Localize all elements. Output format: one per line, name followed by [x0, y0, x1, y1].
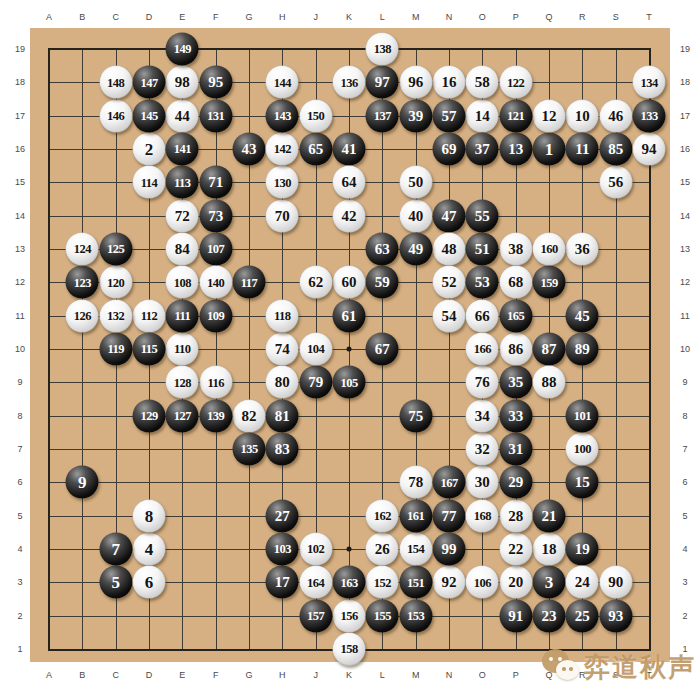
move-number: 101 [574, 409, 591, 422]
stone-white-120: 120 [99, 266, 132, 299]
stone-white-40: 40 [399, 199, 432, 232]
stone-black-21: 21 [533, 499, 566, 532]
column-label: Q [545, 13, 552, 22]
row-label: 3 [682, 578, 687, 587]
column-label: O [479, 671, 486, 680]
move-number: 59 [375, 275, 390, 290]
move-number: 119 [107, 343, 124, 356]
move-number: 161 [407, 509, 424, 522]
move-number: 141 [174, 143, 191, 156]
stone-black-101: 101 [566, 399, 599, 432]
column-label: N [446, 13, 453, 22]
move-number: 120 [107, 276, 124, 289]
wechat-icon [536, 646, 584, 688]
move-number: 61 [342, 308, 357, 323]
stone-black-15: 15 [566, 466, 599, 499]
stone-black-113: 113 [166, 166, 199, 199]
move-number: 110 [174, 343, 191, 356]
row-label: 8 [17, 411, 22, 420]
column-label: L [380, 671, 385, 680]
stone-black-63: 63 [366, 233, 399, 266]
move-number: 20 [508, 575, 523, 590]
move-number: 147 [140, 76, 157, 89]
star-point [347, 547, 352, 552]
stone-white-78: 78 [399, 466, 432, 499]
column-label: K [346, 671, 352, 680]
stone-white-74: 74 [266, 333, 299, 366]
move-number: 135 [240, 443, 257, 456]
stone-black-41: 41 [333, 133, 366, 166]
move-number: 143 [274, 109, 291, 122]
column-label: T [646, 13, 652, 22]
stone-black-51: 51 [466, 233, 499, 266]
stone-white-82: 82 [233, 399, 266, 432]
move-number: 109 [207, 309, 224, 322]
row-label: 18 [680, 78, 690, 87]
stone-black-135: 135 [233, 433, 266, 466]
stone-white-30: 30 [466, 466, 499, 499]
move-number: 79 [308, 375, 323, 390]
move-number: 145 [140, 109, 157, 122]
move-number: 115 [141, 343, 158, 356]
column-label: D [146, 671, 153, 680]
wechat-bubble-front [556, 660, 579, 680]
move-number: 131 [207, 109, 224, 122]
move-number: 45 [575, 308, 590, 323]
row-label: 12 [680, 278, 690, 287]
move-number: 38 [508, 242, 523, 257]
move-number: 37 [475, 142, 490, 157]
stone-black-109: 109 [199, 299, 232, 332]
stone-black-99: 99 [433, 533, 466, 566]
move-number: 16 [442, 75, 457, 90]
column-label: E [179, 13, 185, 22]
move-number: 97 [375, 75, 390, 90]
move-number: 146 [107, 109, 124, 122]
stone-white-102: 102 [299, 533, 332, 566]
stone-black-89: 89 [566, 333, 599, 366]
row-label: 5 [17, 511, 22, 520]
stone-white-54: 54 [433, 299, 466, 332]
stone-black-93: 93 [599, 599, 632, 632]
move-number: 149 [174, 43, 191, 56]
stone-black-155: 155 [366, 599, 399, 632]
stone-black-47: 47 [433, 199, 466, 232]
move-number: 64 [342, 175, 357, 190]
stone-white-42: 42 [333, 199, 366, 232]
move-number: 51 [475, 242, 490, 257]
stone-white-146: 146 [99, 99, 132, 132]
row-label: 12 [15, 278, 25, 287]
move-number: 142 [274, 143, 291, 156]
move-number: 129 [140, 409, 157, 422]
move-number: 130 [274, 176, 291, 189]
move-number: 100 [574, 443, 591, 456]
row-label: 8 [682, 411, 687, 420]
stone-white-154: 154 [399, 533, 432, 566]
row-label: 15 [15, 178, 25, 187]
move-number: 153 [407, 609, 424, 622]
stone-black-77: 77 [433, 499, 466, 532]
row-label: 5 [682, 511, 687, 520]
column-label: D [146, 13, 153, 22]
move-number: 80 [275, 375, 290, 390]
move-number: 67 [375, 342, 390, 357]
stone-white-12: 12 [533, 99, 566, 132]
stone-black-57: 57 [433, 99, 466, 132]
move-number: 104 [307, 343, 324, 356]
row-label: 16 [15, 145, 25, 154]
move-number: 1 [545, 141, 554, 158]
stone-black-17: 17 [266, 566, 299, 599]
stone-black-59: 59 [366, 266, 399, 299]
move-number: 127 [174, 409, 191, 422]
stone-black-165: 165 [499, 299, 532, 332]
move-number: 114 [141, 176, 158, 189]
stone-black-137: 137 [366, 99, 399, 132]
row-label: 7 [17, 445, 22, 454]
move-number: 88 [542, 375, 557, 390]
move-number: 7 [111, 541, 120, 558]
move-number: 123 [74, 276, 91, 289]
stone-white-128: 128 [166, 366, 199, 399]
move-number: 107 [207, 243, 224, 256]
move-number: 167 [440, 476, 457, 489]
row-label: 16 [680, 145, 690, 154]
move-number: 73 [208, 208, 223, 223]
move-number: 89 [575, 342, 590, 357]
stone-white-142: 142 [266, 133, 299, 166]
move-number: 102 [307, 543, 324, 556]
move-number: 157 [307, 609, 324, 622]
move-number: 78 [408, 475, 423, 490]
column-label: M [412, 671, 420, 680]
stone-white-34: 34 [466, 399, 499, 432]
stone-white-108: 108 [166, 266, 199, 299]
move-number: 62 [308, 275, 323, 290]
stone-white-2: 2 [133, 133, 166, 166]
move-number: 54 [442, 308, 457, 323]
move-number: 42 [342, 208, 357, 223]
column-label: A [46, 13, 52, 22]
stone-black-83: 83 [266, 433, 299, 466]
row-label: 2 [682, 611, 687, 620]
row-label: 14 [15, 211, 25, 220]
move-number: 90 [608, 575, 623, 590]
row-label: 15 [680, 178, 690, 187]
move-number: 9 [78, 474, 87, 491]
stone-white-68: 68 [499, 266, 532, 299]
move-number: 154 [407, 543, 424, 556]
move-number: 26 [375, 542, 390, 557]
move-number: 162 [374, 509, 391, 522]
stone-white-162: 162 [366, 499, 399, 532]
move-number: 84 [175, 242, 190, 257]
move-number: 140 [207, 276, 224, 289]
move-number: 12 [542, 108, 557, 123]
stone-white-160: 160 [533, 233, 566, 266]
move-number: 34 [475, 408, 490, 423]
move-number: 85 [608, 142, 623, 157]
stone-black-29: 29 [499, 466, 532, 499]
move-number: 148 [107, 76, 124, 89]
column-label: M [412, 13, 420, 22]
stone-black-161: 161 [399, 499, 432, 532]
stone-white-88: 88 [533, 366, 566, 399]
move-number: 13 [508, 142, 523, 157]
move-number: 128 [174, 376, 191, 389]
stone-black-147: 147 [133, 66, 166, 99]
move-number: 2 [145, 141, 154, 158]
column-label: E [179, 671, 185, 680]
move-number: 83 [275, 442, 290, 457]
row-label: 18 [15, 78, 25, 87]
stone-black-37: 37 [466, 133, 499, 166]
move-number: 99 [442, 542, 457, 557]
stone-white-152: 152 [366, 566, 399, 599]
move-number: 43 [242, 142, 257, 157]
stone-white-96: 96 [399, 66, 432, 99]
move-number: 19 [575, 542, 590, 557]
move-number: 151 [407, 576, 424, 589]
stone-black-117: 117 [233, 266, 266, 299]
move-number: 121 [507, 109, 524, 122]
row-label: 2 [17, 611, 22, 620]
stone-white-80: 80 [266, 366, 299, 399]
stone-black-5: 5 [99, 566, 132, 599]
row-label: 19 [680, 45, 690, 54]
stone-black-121: 121 [499, 99, 532, 132]
move-number: 68 [508, 275, 523, 290]
move-number: 65 [308, 142, 323, 157]
move-number: 96 [408, 75, 423, 90]
move-number: 158 [340, 643, 357, 656]
column-label: H [279, 13, 286, 22]
move-number: 94 [642, 142, 657, 157]
move-number: 24 [575, 575, 590, 590]
move-number: 49 [408, 242, 423, 257]
move-number: 41 [342, 142, 357, 157]
stone-white-106: 106 [466, 566, 499, 599]
move-number: 159 [540, 276, 557, 289]
column-label: C [112, 13, 119, 22]
stone-black-157: 157 [299, 599, 332, 632]
stone-white-112: 112 [133, 299, 166, 332]
row-label: 4 [682, 545, 687, 554]
stone-white-148: 148 [99, 66, 132, 99]
move-number: 74 [275, 342, 290, 357]
move-number: 72 [175, 208, 190, 223]
row-label: 19 [15, 45, 25, 54]
move-number: 30 [475, 475, 490, 490]
stone-white-50: 50 [399, 166, 432, 199]
stone-white-62: 62 [299, 266, 332, 299]
stone-white-28: 28 [499, 499, 532, 532]
stone-black-69: 69 [433, 133, 466, 166]
column-label: O [479, 13, 486, 22]
move-number: 95 [208, 75, 223, 90]
stone-black-111: 111 [166, 299, 199, 332]
move-number: 32 [475, 442, 490, 457]
move-number: 103 [274, 543, 291, 556]
stone-white-72: 72 [166, 199, 199, 232]
column-label: B [79, 13, 85, 22]
move-number: 69 [442, 142, 457, 157]
move-number: 5 [111, 574, 120, 591]
stone-white-20: 20 [499, 566, 532, 599]
stone-black-133: 133 [633, 99, 666, 132]
move-number: 58 [475, 75, 490, 90]
column-label: P [513, 671, 519, 680]
stone-black-143: 143 [266, 99, 299, 132]
stone-black-55: 55 [466, 199, 499, 232]
move-number: 132 [107, 309, 124, 322]
row-label: 17 [15, 111, 25, 120]
row-label: 14 [680, 211, 690, 220]
row-label: 10 [680, 345, 690, 354]
column-label: H [279, 671, 286, 680]
stone-white-76: 76 [466, 366, 499, 399]
stone-white-56: 56 [599, 166, 632, 199]
stone-black-25: 25 [566, 599, 599, 632]
stone-black-107: 107 [199, 233, 232, 266]
move-number: 133 [640, 109, 657, 122]
move-number: 27 [275, 508, 290, 523]
stone-white-92: 92 [433, 566, 466, 599]
stone-white-138: 138 [366, 33, 399, 66]
stone-black-85: 85 [599, 133, 632, 166]
move-number: 116 [207, 376, 224, 389]
column-label: R [579, 13, 586, 22]
column-label: L [380, 13, 385, 22]
move-number: 8 [145, 507, 154, 524]
stone-white-46: 46 [599, 99, 632, 132]
stone-black-1: 1 [533, 133, 566, 166]
move-number: 108 [174, 276, 191, 289]
stone-white-10: 10 [566, 99, 599, 132]
stone-black-65: 65 [299, 133, 332, 166]
stone-white-48: 48 [433, 233, 466, 266]
stone-black-127: 127 [166, 399, 199, 432]
move-number: 10 [575, 108, 590, 123]
move-number: 112 [141, 309, 158, 322]
stone-black-141: 141 [166, 133, 199, 166]
stone-black-9: 9 [66, 466, 99, 499]
move-number: 18 [542, 542, 557, 557]
column-label: F [213, 13, 219, 22]
stone-white-114: 114 [133, 166, 166, 199]
move-number: 15 [575, 475, 590, 490]
move-number: 81 [275, 408, 290, 423]
move-number: 134 [640, 76, 657, 89]
row-label: 7 [682, 445, 687, 454]
stone-white-66: 66 [466, 299, 499, 332]
stone-black-95: 95 [199, 66, 232, 99]
move-number: 47 [442, 208, 457, 223]
move-number: 93 [608, 608, 623, 623]
move-number: 77 [442, 508, 457, 523]
stone-black-119: 119 [99, 333, 132, 366]
stone-white-136: 136 [333, 66, 366, 99]
move-number: 4 [145, 541, 154, 558]
stone-white-134: 134 [633, 66, 666, 99]
move-number: 113 [174, 176, 191, 189]
move-number: 63 [375, 242, 390, 257]
stone-white-4: 4 [133, 533, 166, 566]
move-number: 165 [507, 309, 524, 322]
move-number: 33 [508, 408, 523, 423]
move-number: 106 [474, 576, 491, 589]
column-label: B [79, 671, 85, 680]
stone-white-116: 116 [199, 366, 232, 399]
stone-white-36: 36 [566, 233, 599, 266]
column-label: G [245, 671, 252, 680]
stone-white-118: 118 [266, 299, 299, 332]
stone-black-45: 45 [566, 299, 599, 332]
column-label: K [346, 13, 352, 22]
stone-white-52: 52 [433, 266, 466, 299]
stone-white-70: 70 [266, 199, 299, 232]
move-number: 139 [207, 409, 224, 422]
stone-black-53: 53 [466, 266, 499, 299]
move-number: 29 [508, 475, 523, 490]
stone-black-61: 61 [333, 299, 366, 332]
stone-white-22: 22 [499, 533, 532, 566]
stone-white-168: 168 [466, 499, 499, 532]
stone-white-104: 104 [299, 333, 332, 366]
stone-black-103: 103 [266, 533, 299, 566]
stone-white-32: 32 [466, 433, 499, 466]
stone-black-81: 81 [266, 399, 299, 432]
stone-black-43: 43 [233, 133, 266, 166]
move-number: 17 [275, 575, 290, 590]
move-number: 60 [342, 275, 357, 290]
column-label: J [313, 13, 318, 22]
column-label: F [213, 671, 219, 680]
stone-white-150: 150 [299, 99, 332, 132]
stone-black-75: 75 [399, 399, 432, 432]
row-label: 4 [17, 545, 22, 554]
move-number: 164 [307, 576, 324, 589]
move-number: 40 [408, 208, 423, 223]
move-number: 87 [542, 342, 557, 357]
column-label: J [313, 671, 318, 680]
column-label: C [112, 671, 119, 680]
stone-black-139: 139 [199, 399, 232, 432]
stone-white-144: 144 [266, 66, 299, 99]
stone-white-44: 44 [166, 99, 199, 132]
move-number: 70 [275, 208, 290, 223]
stone-white-110: 110 [166, 333, 199, 366]
row-label: 3 [17, 578, 22, 587]
stone-black-39: 39 [399, 99, 432, 132]
stone-white-156: 156 [333, 599, 366, 632]
row-label: 13 [680, 245, 690, 254]
row-label: 9 [17, 378, 22, 387]
stone-white-94: 94 [633, 133, 666, 166]
row-label: 1 [17, 645, 22, 654]
move-number: 66 [475, 308, 490, 323]
stone-black-97: 97 [366, 66, 399, 99]
stone-white-24: 24 [566, 566, 599, 599]
go-diagram: AABBCCDDEEFFGGHHJJKKLLMMNNOOPPQQRRSSTT19… [0, 0, 700, 700]
move-number: 160 [540, 243, 557, 256]
move-number: 71 [208, 175, 223, 190]
move-number: 91 [508, 608, 523, 623]
move-number: 152 [374, 576, 391, 589]
stone-white-90: 90 [599, 566, 632, 599]
move-number: 156 [340, 609, 357, 622]
